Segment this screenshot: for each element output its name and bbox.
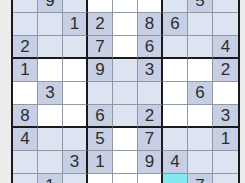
cell-r9c9[interactable] [213,174,238,183]
cell-r8c4[interactable]: 1 [88,151,113,174]
cell-r1c8[interactable]: 5 [188,0,213,13]
cell-r5c9[interactable] [213,82,238,105]
cell-r2c3[interactable]: 1 [63,13,88,36]
cell-r4c3[interactable] [63,59,88,82]
cell-r2c8[interactable] [188,13,213,36]
cell-r2c2[interactable] [38,13,63,36]
cell-r5c8[interactable]: 6 [188,82,213,105]
cell-r9c5[interactable] [113,174,138,183]
cell-r8c8[interactable] [188,151,213,174]
cell-r9c6[interactable] [138,174,163,183]
sudoku-viewport: 951286276419323686234571319417 [0,0,245,183]
cell-r6c5[interactable] [113,105,138,128]
cell-r2c7[interactable]: 6 [163,13,188,36]
cell-r1c6[interactable] [138,0,163,13]
cell-r1c4[interactable] [88,0,113,13]
cell-r8c6[interactable]: 9 [138,151,163,174]
cell-r6c7[interactable] [163,105,188,128]
cell-r2c9[interactable] [213,13,238,36]
cell-r5c1[interactable] [13,82,38,105]
cell-r8c2[interactable] [38,151,63,174]
cell-r4c7[interactable] [163,59,188,82]
cell-r9c7[interactable] [163,174,188,183]
cell-r7c2[interactable] [38,128,63,151]
cell-r7c6[interactable]: 7 [138,128,163,151]
cell-r8c7[interactable]: 4 [163,151,188,174]
cell-r6c9[interactable]: 3 [213,105,238,128]
cell-r2c5[interactable] [113,13,138,36]
cell-r5c6[interactable] [138,82,163,105]
cell-r7c4[interactable]: 5 [88,128,113,151]
cell-r4c8[interactable] [188,59,213,82]
cell-r3c7[interactable] [163,36,188,59]
cell-r4c1[interactable]: 1 [13,59,38,82]
cell-r6c8[interactable] [188,105,213,128]
cell-r4c9[interactable]: 2 [213,59,238,82]
cell-r3c5[interactable] [113,36,138,59]
cell-r8c3[interactable]: 3 [63,151,88,174]
cell-r2c1[interactable] [13,13,38,36]
cell-r4c6[interactable]: 3 [138,59,163,82]
cell-r5c4[interactable] [88,82,113,105]
cell-r1c9[interactable] [213,0,238,13]
cell-r3c8[interactable] [188,36,213,59]
cell-r5c7[interactable] [163,82,188,105]
cell-r6c1[interactable]: 8 [13,105,38,128]
cell-r5c2[interactable]: 3 [38,82,63,105]
cell-r5c5[interactable] [113,82,138,105]
cell-r1c5[interactable] [113,0,138,13]
cell-r3c4[interactable]: 7 [88,36,113,59]
cell-r1c7[interactable] [163,0,188,13]
cell-r2c6[interactable]: 8 [138,13,163,36]
cell-r6c4[interactable]: 6 [88,105,113,128]
cell-r3c3[interactable] [63,36,88,59]
cell-r8c9[interactable] [213,151,238,174]
cell-r7c9[interactable]: 1 [213,128,238,151]
cell-r1c1[interactable] [13,0,38,13]
cell-r5c3[interactable] [63,82,88,105]
cell-r2c4[interactable]: 2 [88,13,113,36]
cell-r9c8[interactable]: 7 [188,174,213,183]
cell-r9c4[interactable] [88,174,113,183]
cell-r3c9[interactable]: 4 [213,36,238,59]
cell-r7c8[interactable] [188,128,213,151]
cell-r8c1[interactable] [13,151,38,174]
cell-r7c5[interactable] [113,128,138,151]
cell-r7c1[interactable]: 4 [13,128,38,151]
cell-r8c5[interactable] [113,151,138,174]
cell-r9c1[interactable] [13,174,38,183]
cell-r7c7[interactable] [163,128,188,151]
cell-r4c4[interactable]: 9 [88,59,113,82]
cell-r4c5[interactable] [113,59,138,82]
cell-r6c2[interactable] [38,105,63,128]
sudoku-board: 951286276419323686234571319417 [11,0,240,183]
cell-r7c3[interactable] [63,128,88,151]
cell-r3c2[interactable] [38,36,63,59]
cell-r6c6[interactable]: 2 [138,105,163,128]
cell-r3c1[interactable]: 2 [13,36,38,59]
cell-r9c2[interactable]: 1 [38,174,63,183]
cell-r4c2[interactable] [38,59,63,82]
cell-r9c3[interactable] [63,174,88,183]
cell-r1c3[interactable] [63,0,88,13]
cell-r3c6[interactable]: 6 [138,36,163,59]
cell-r6c3[interactable] [63,105,88,128]
cell-r1c2[interactable]: 9 [38,0,63,13]
